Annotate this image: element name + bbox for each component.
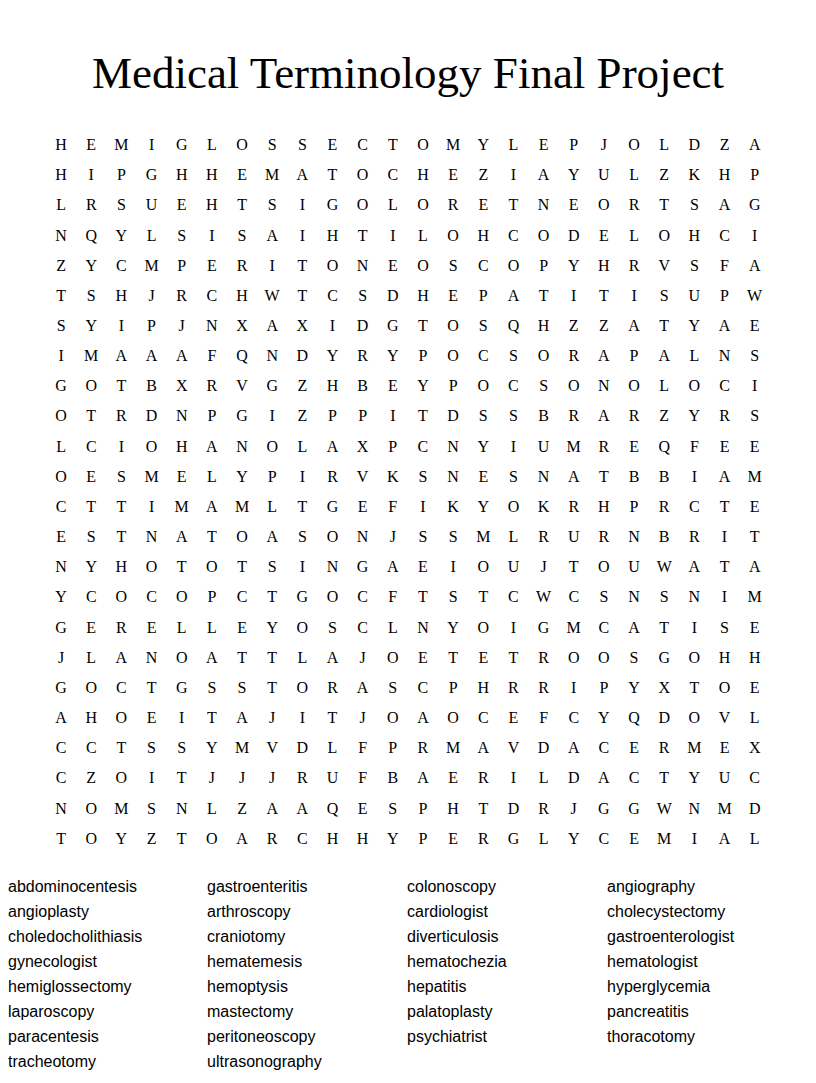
grid-cell-r4c8: A: [257, 220, 287, 250]
grid-cell-r23c12: S: [378, 793, 408, 823]
word-search-grid: HEMIGLOSSECTOMYLEPJOLDZAHIPGHHEMATOCHEZI…: [46, 130, 770, 854]
grid-cell-r1c6: L: [197, 130, 227, 160]
word-list-item: ultrasonography: [207, 1049, 407, 1074]
grid-cell-r2c11: O: [348, 160, 378, 190]
word-list-item: angiography: [607, 874, 816, 899]
grid-cell-r21c22: M: [679, 733, 709, 763]
grid-cell-r24c23: A: [709, 824, 739, 854]
grid-cell-r13c14: K: [438, 492, 468, 522]
grid-cell-r4c2: Q: [76, 220, 106, 250]
grid-cell-r3c24: G: [740, 190, 770, 220]
grid-cell-r20c6: T: [197, 703, 227, 733]
grid-cell-r16c15: T: [468, 582, 498, 612]
grid-cell-r23c10: Q: [317, 793, 347, 823]
grid-cell-r7c9: X: [287, 311, 317, 341]
grid-cell-r7c17: H: [529, 311, 559, 341]
grid-cell-r8c22: L: [679, 341, 709, 371]
grid-cell-r4c16: C: [498, 220, 528, 250]
grid-cell-r23c4: S: [136, 793, 166, 823]
grid-cell-r24c3: Y: [106, 824, 136, 854]
grid-cell-r16c6: P: [197, 582, 227, 612]
grid-cell-r7c3: I: [106, 311, 136, 341]
grid-cell-r24c21: M: [649, 824, 679, 854]
grid-cell-r19c5: G: [167, 673, 197, 703]
grid-cell-r3c4: U: [136, 190, 166, 220]
grid-cell-r3c17: N: [529, 190, 559, 220]
grid-cell-r7c14: O: [438, 311, 468, 341]
grid-cell-r19c13: C: [408, 673, 438, 703]
grid-cell-r9c5: X: [167, 371, 197, 401]
grid-cell-r3c3: S: [106, 190, 136, 220]
grid-cell-r14c11: N: [348, 522, 378, 552]
grid-cell-r17c11: C: [348, 613, 378, 643]
grid-cell-r10c22: Y: [679, 401, 709, 431]
grid-cell-r16c11: C: [348, 582, 378, 612]
grid-cell-r19c23: O: [709, 673, 739, 703]
grid-cell-r16c9: G: [287, 582, 317, 612]
grid-cell-r22c5: T: [167, 763, 197, 793]
grid-cell-r7c13: T: [408, 311, 438, 341]
word-list-item: laparoscopy: [8, 999, 207, 1024]
grid-cell-r12c1: O: [46, 462, 76, 492]
grid-cell-r20c17: F: [529, 703, 559, 733]
grid-cell-r10c17: B: [529, 401, 559, 431]
grid-cell-r21c1: C: [46, 733, 76, 763]
grid-cell-r15c5: T: [167, 552, 197, 582]
grid-cell-r8c14: O: [438, 341, 468, 371]
grid-cell-r15c23: T: [709, 552, 739, 582]
grid-cell-r22c16: I: [498, 763, 528, 793]
grid-cell-r22c23: U: [709, 763, 739, 793]
grid-cell-r14c9: S: [287, 522, 317, 552]
grid-cell-r4c5: S: [167, 220, 197, 250]
grid-cell-r4c14: O: [438, 220, 468, 250]
grid-cell-r23c13: P: [408, 793, 438, 823]
grid-cell-r6c8: W: [257, 281, 287, 311]
word-list-item: gynecologist: [8, 949, 207, 974]
grid-cell-r5c21: V: [649, 251, 679, 281]
grid-cell-r11c11: X: [348, 432, 378, 462]
grid-cell-r7c1: S: [46, 311, 76, 341]
grid-cell-r12c22: I: [679, 462, 709, 492]
grid-cell-r6c20: I: [619, 281, 649, 311]
grid-cell-r17c2: E: [76, 613, 106, 643]
grid-cell-r17c20: A: [619, 613, 649, 643]
grid-cell-r22c10: U: [317, 763, 347, 793]
grid-cell-r6c23: P: [709, 281, 739, 311]
grid-cell-r18c13: E: [408, 643, 438, 673]
grid-cell-r17c22: I: [679, 613, 709, 643]
grid-cell-r16c20: N: [619, 582, 649, 612]
grid-cell-r7c19: Z: [589, 311, 619, 341]
grid-cell-r11c23: E: [709, 432, 739, 462]
page-title: Medical Terminology Final Project: [0, 46, 816, 100]
grid-cell-r18c17: R: [529, 643, 559, 673]
grid-cell-r18c18: O: [559, 643, 589, 673]
grid-cell-r18c3: A: [106, 643, 136, 673]
word-list-item: colonoscopy: [407, 874, 607, 899]
grid-cell-r14c13: S: [408, 522, 438, 552]
grid-cell-r22c18: D: [559, 763, 589, 793]
grid-cell-r9c20: O: [619, 371, 649, 401]
grid-cell-r5c4: M: [136, 251, 166, 281]
grid-cell-r11c8: O: [257, 432, 287, 462]
grid-cell-r14c19: R: [589, 522, 619, 552]
grid-cell-r23c19: G: [589, 793, 619, 823]
grid-cell-r16c19: S: [589, 582, 619, 612]
grid-cell-r9c9: Z: [287, 371, 317, 401]
grid-cell-r3c14: R: [438, 190, 468, 220]
grid-cell-r1c11: C: [348, 130, 378, 160]
grid-cell-r14c14: S: [438, 522, 468, 552]
grid-cell-r12c9: I: [287, 462, 317, 492]
grid-cell-r21c24: X: [740, 733, 770, 763]
grid-cell-r24c1: T: [46, 824, 76, 854]
grid-cell-r3c12: L: [378, 190, 408, 220]
grid-cell-r20c14: O: [438, 703, 468, 733]
grid-cell-r23c6: L: [197, 793, 227, 823]
grid-cell-r13c22: C: [679, 492, 709, 522]
grid-cell-r21c15: A: [468, 733, 498, 763]
grid-cell-r16c22: N: [679, 582, 709, 612]
word-list-item: psychiatrist: [407, 1024, 607, 1049]
grid-cell-r5c8: I: [257, 251, 287, 281]
grid-cell-r2c22: K: [679, 160, 709, 190]
grid-cell-r8c4: A: [136, 341, 166, 371]
grid-cell-r13c9: T: [287, 492, 317, 522]
word-list-item: hemoptysis: [207, 974, 407, 999]
grid-cell-r4c1: N: [46, 220, 76, 250]
grid-cell-r5c1: Z: [46, 251, 76, 281]
grid-cell-r22c11: F: [348, 763, 378, 793]
grid-cell-r22c24: C: [740, 763, 770, 793]
grid-cell-r13c17: K: [529, 492, 559, 522]
grid-cell-r20c3: O: [106, 703, 136, 733]
grid-cell-r2c16: I: [498, 160, 528, 190]
grid-cell-r5c13: O: [408, 251, 438, 281]
grid-cell-r5c19: H: [589, 251, 619, 281]
grid-cell-r5c17: P: [529, 251, 559, 281]
grid-cell-r2c21: Z: [649, 160, 679, 190]
grid-cell-r13c8: L: [257, 492, 287, 522]
grid-cell-r23c20: G: [619, 793, 649, 823]
grid-cell-r10c19: A: [589, 401, 619, 431]
grid-cell-r16c1: Y: [46, 582, 76, 612]
grid-cell-r1c8: S: [257, 130, 287, 160]
grid-cell-r17c6: L: [197, 613, 227, 643]
word-list-item: paracentesis: [8, 1024, 207, 1049]
grid-cell-r21c11: F: [348, 733, 378, 763]
grid-cell-r20c15: C: [468, 703, 498, 733]
grid-cell-r5c15: C: [468, 251, 498, 281]
grid-cell-r19c1: G: [46, 673, 76, 703]
grid-cell-r11c4: O: [136, 432, 166, 462]
grid-cell-r10c14: D: [438, 401, 468, 431]
grid-cell-r13c3: T: [106, 492, 136, 522]
grid-cell-r12c21: B: [649, 462, 679, 492]
grid-cell-r9c10: H: [317, 371, 347, 401]
grid-cell-r4c4: L: [136, 220, 166, 250]
grid-cell-r17c5: L: [167, 613, 197, 643]
grid-cell-r18c22: O: [679, 643, 709, 673]
grid-cell-r12c4: M: [136, 462, 166, 492]
grid-cell-r12c16: S: [498, 462, 528, 492]
grid-cell-r15c17: J: [529, 552, 559, 582]
grid-cell-r18c10: A: [317, 643, 347, 673]
grid-cell-r23c16: D: [498, 793, 528, 823]
grid-cell-r21c8: V: [257, 733, 287, 763]
grid-cell-r21c19: C: [589, 733, 619, 763]
grid-cell-r15c15: O: [468, 552, 498, 582]
grid-cell-r10c4: D: [136, 401, 166, 431]
grid-cell-r24c13: P: [408, 824, 438, 854]
grid-cell-r23c2: O: [76, 793, 106, 823]
grid-cell-r13c10: G: [317, 492, 347, 522]
grid-cell-r12c11: V: [348, 462, 378, 492]
grid-cell-r19c24: E: [740, 673, 770, 703]
grid-cell-r13c4: I: [136, 492, 166, 522]
grid-cell-r12c10: R: [317, 462, 347, 492]
grid-cell-r20c12: O: [378, 703, 408, 733]
grid-cell-r10c9: Z: [287, 401, 317, 431]
grid-cell-r3c16: T: [498, 190, 528, 220]
grid-cell-r2c2: I: [76, 160, 106, 190]
grid-cell-r4c11: T: [348, 220, 378, 250]
grid-cell-r18c6: A: [197, 643, 227, 673]
grid-cell-r9c12: E: [378, 371, 408, 401]
grid-cell-r15c20: U: [619, 552, 649, 582]
grid-cell-r15c13: E: [408, 552, 438, 582]
grid-cell-r19c12: S: [378, 673, 408, 703]
grid-cell-r17c1: G: [46, 613, 76, 643]
word-search-worksheet: Medical Terminology Final Project HEMIGL…: [0, 0, 816, 1083]
grid-cell-r14c17: R: [529, 522, 559, 552]
grid-cell-r4c22: H: [679, 220, 709, 250]
grid-cell-r12c12: K: [378, 462, 408, 492]
grid-cell-r14c1: E: [46, 522, 76, 552]
grid-cell-r18c9: L: [287, 643, 317, 673]
grid-cell-r23c24: D: [740, 793, 770, 823]
grid-cell-r22c1: C: [46, 763, 76, 793]
grid-cell-r3c22: S: [679, 190, 709, 220]
grid-cell-r19c14: P: [438, 673, 468, 703]
grid-cell-r4c17: O: [529, 220, 559, 250]
grid-cell-r5c14: S: [438, 251, 468, 281]
grid-cell-r22c4: I: [136, 763, 166, 793]
grid-cell-r6c18: I: [559, 281, 589, 311]
grid-cell-r7c21: T: [649, 311, 679, 341]
word-list-item: cholecystectomy: [607, 899, 816, 924]
grid-cell-r16c8: T: [257, 582, 287, 612]
grid-cell-r20c7: A: [227, 703, 257, 733]
grid-cell-r9c23: C: [709, 371, 739, 401]
grid-cell-r14c7: O: [227, 522, 257, 552]
grid-cell-r2c14: E: [438, 160, 468, 190]
grid-cell-r2c12: C: [378, 160, 408, 190]
grid-cell-r12c19: T: [589, 462, 619, 492]
grid-cell-r13c20: P: [619, 492, 649, 522]
grid-cell-r10c5: N: [167, 401, 197, 431]
grid-cell-r6c7: H: [227, 281, 257, 311]
grid-cell-r2c24: P: [740, 160, 770, 190]
grid-cell-r20c19: Y: [589, 703, 619, 733]
grid-cell-r3c7: T: [227, 190, 257, 220]
grid-cell-r24c15: R: [468, 824, 498, 854]
word-list-column-1: abdominocentesisangioplastycholedocholit…: [8, 874, 207, 1074]
grid-cell-r11c6: A: [197, 432, 227, 462]
grid-cell-r13c18: R: [559, 492, 589, 522]
grid-cell-r9c15: O: [468, 371, 498, 401]
grid-cell-r18c14: T: [438, 643, 468, 673]
grid-cell-r3c20: R: [619, 190, 649, 220]
grid-cell-r11c3: I: [106, 432, 136, 462]
grid-cell-r11c22: F: [679, 432, 709, 462]
grid-cell-r2c17: A: [529, 160, 559, 190]
grid-cell-r7c6: N: [197, 311, 227, 341]
word-list-item: gastroenteritis: [207, 874, 407, 899]
grid-cell-r15c8: S: [257, 552, 287, 582]
grid-cell-r4c18: D: [559, 220, 589, 250]
grid-cell-r22c21: T: [649, 763, 679, 793]
grid-cell-r18c24: H: [740, 643, 770, 673]
grid-cell-r23c23: M: [709, 793, 739, 823]
word-list-item: hematologist: [607, 949, 816, 974]
grid-cell-r17c21: T: [649, 613, 679, 643]
grid-cell-r8c12: Y: [378, 341, 408, 371]
grid-cell-r13c24: E: [740, 492, 770, 522]
grid-cell-r12c5: E: [167, 462, 197, 492]
grid-cell-r16c16: C: [498, 582, 528, 612]
grid-cell-r14c24: T: [740, 522, 770, 552]
grid-cell-r19c10: R: [317, 673, 347, 703]
grid-cell-r11c7: N: [227, 432, 257, 462]
grid-cell-r15c21: W: [649, 552, 679, 582]
grid-cell-r16c3: O: [106, 582, 136, 612]
grid-cell-r17c8: Y: [257, 613, 287, 643]
grid-cell-r16c12: F: [378, 582, 408, 612]
grid-cell-r16c23: I: [709, 582, 739, 612]
grid-cell-r3c23: A: [709, 190, 739, 220]
grid-cell-r20c18: C: [559, 703, 589, 733]
grid-cell-r21c5: S: [167, 733, 197, 763]
grid-cell-r4c24: I: [740, 220, 770, 250]
grid-cell-r19c18: I: [559, 673, 589, 703]
grid-cell-r7c12: G: [378, 311, 408, 341]
grid-cell-r14c15: M: [468, 522, 498, 552]
grid-cell-r7c18: Z: [559, 311, 589, 341]
grid-cell-r20c13: A: [408, 703, 438, 733]
word-list-item: arthroscopy: [207, 899, 407, 924]
grid-cell-r19c9: O: [287, 673, 317, 703]
grid-cell-r1c21: L: [649, 130, 679, 160]
grid-cell-r18c2: L: [76, 643, 106, 673]
grid-cell-r12c8: P: [257, 462, 287, 492]
grid-cell-r20c21: D: [649, 703, 679, 733]
grid-cell-r3c13: O: [408, 190, 438, 220]
grid-cell-r10c23: R: [709, 401, 739, 431]
grid-cell-r2c20: L: [619, 160, 649, 190]
grid-cell-r6c22: U: [679, 281, 709, 311]
grid-cell-r6c5: R: [167, 281, 197, 311]
grid-cell-r20c5: I: [167, 703, 197, 733]
grid-cell-r22c13: A: [408, 763, 438, 793]
grid-cell-r14c20: N: [619, 522, 649, 552]
grid-cell-r7c15: S: [468, 311, 498, 341]
grid-cell-r16c4: C: [136, 582, 166, 612]
grid-cell-r1c18: P: [559, 130, 589, 160]
grid-cell-r13c12: F: [378, 492, 408, 522]
grid-cell-r6c13: H: [408, 281, 438, 311]
grid-cell-r21c4: S: [136, 733, 166, 763]
grid-cell-r1c5: G: [167, 130, 197, 160]
grid-cell-r10c8: I: [257, 401, 287, 431]
grid-cell-r1c4: I: [136, 130, 166, 160]
grid-cell-r24c10: H: [317, 824, 347, 854]
grid-cell-r11c24: E: [740, 432, 770, 462]
grid-cell-r4c20: L: [619, 220, 649, 250]
grid-cell-r6c1: T: [46, 281, 76, 311]
grid-cell-r1c2: E: [76, 130, 106, 160]
grid-cell-r20c1: A: [46, 703, 76, 733]
grid-cell-r10c18: R: [559, 401, 589, 431]
grid-cell-r10c6: P: [197, 401, 227, 431]
grid-cell-r3c8: S: [257, 190, 287, 220]
grid-cell-r20c9: I: [287, 703, 317, 733]
grid-cell-r6c17: T: [529, 281, 559, 311]
word-list-item: pancreatitis: [607, 999, 816, 1024]
grid-cell-r10c20: R: [619, 401, 649, 431]
grid-cell-r19c17: R: [529, 673, 559, 703]
grid-cell-r16c2: C: [76, 582, 106, 612]
grid-cell-r18c23: H: [709, 643, 739, 673]
grid-cell-r10c10: P: [317, 401, 347, 431]
grid-cell-r2c8: M: [257, 160, 287, 190]
grid-cell-r7c7: X: [227, 311, 257, 341]
grid-cell-r15c14: I: [438, 552, 468, 582]
grid-cell-r11c10: A: [317, 432, 347, 462]
grid-cell-r8c5: A: [167, 341, 197, 371]
grid-cell-r18c15: E: [468, 643, 498, 673]
grid-cell-r19c21: X: [649, 673, 679, 703]
grid-cell-r9c24: I: [740, 371, 770, 401]
grid-cell-r12c14: N: [438, 462, 468, 492]
grid-cell-r14c2: S: [76, 522, 106, 552]
grid-cell-r3c15: E: [468, 190, 498, 220]
grid-cell-r6c6: C: [197, 281, 227, 311]
grid-cell-r3c6: H: [197, 190, 227, 220]
grid-cell-r21c7: M: [227, 733, 257, 763]
grid-cell-r23c1: N: [46, 793, 76, 823]
grid-cell-r4c6: I: [197, 220, 227, 250]
grid-cell-r5c18: Y: [559, 251, 589, 281]
grid-cell-r21c17: D: [529, 733, 559, 763]
grid-cell-r24c19: C: [589, 824, 619, 854]
grid-cell-r15c24: A: [740, 552, 770, 582]
grid-cell-r18c5: O: [167, 643, 197, 673]
grid-cell-r1c22: D: [679, 130, 709, 160]
grid-cell-r5c24: A: [740, 251, 770, 281]
grid-cell-r7c8: A: [257, 311, 287, 341]
grid-cell-r14c3: T: [106, 522, 136, 552]
grid-cell-r4c7: S: [227, 220, 257, 250]
grid-cell-r8c15: C: [468, 341, 498, 371]
grid-cell-r20c24: L: [740, 703, 770, 733]
grid-cell-r5c3: C: [106, 251, 136, 281]
grid-cell-r7c24: E: [740, 311, 770, 341]
grid-cell-r10c11: P: [348, 401, 378, 431]
word-list-item: cardiologist: [407, 899, 607, 924]
grid-cell-r2c18: Y: [559, 160, 589, 190]
